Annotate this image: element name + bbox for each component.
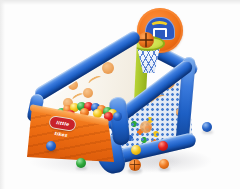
floor-balls bbox=[0, 0, 240, 189]
floor-ball-yellow bbox=[131, 145, 141, 155]
floor-ball-basketball bbox=[129, 159, 141, 171]
floor-ball-blue bbox=[46, 141, 56, 151]
product-photo-stage: little tikes bbox=[0, 0, 240, 189]
floor-ball-red bbox=[158, 141, 168, 151]
floor-ball-blue bbox=[202, 122, 212, 132]
floor-ball-green bbox=[76, 158, 86, 168]
floor-ball-orange bbox=[159, 159, 169, 169]
